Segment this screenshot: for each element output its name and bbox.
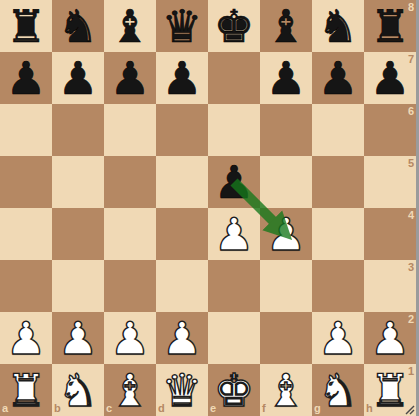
square-h5[interactable]: 5 <box>364 156 416 208</box>
piece-white-pawn[interactable]: ♟ <box>156 312 208 364</box>
square-b6[interactable] <box>52 104 104 156</box>
square-e1[interactable]: ♚e <box>208 364 260 416</box>
file-label-e: e <box>210 403 216 414</box>
piece-white-pawn[interactable]: ♟ <box>52 312 104 364</box>
square-f3[interactable] <box>260 260 312 312</box>
square-b4[interactable] <box>52 208 104 260</box>
square-a4[interactable] <box>0 208 52 260</box>
rank-label-4: 4 <box>408 210 414 221</box>
rank-label-3: 3 <box>408 262 414 273</box>
square-a2[interactable]: ♟ <box>0 312 52 364</box>
piece-black-pawn[interactable]: ♟ <box>312 52 364 104</box>
rank-label-2: 2 <box>408 314 414 325</box>
piece-black-knight[interactable]: ♞ <box>52 0 104 52</box>
square-g7[interactable]: ♟ <box>312 52 364 104</box>
piece-white-pawn[interactable]: ♟ <box>208 208 260 260</box>
square-d2[interactable]: ♟ <box>156 312 208 364</box>
piece-black-pawn[interactable]: ♟ <box>208 156 260 208</box>
file-label-d: d <box>158 403 165 414</box>
rank-label-8: 8 <box>408 2 414 13</box>
square-c3[interactable] <box>104 260 156 312</box>
square-e6[interactable] <box>208 104 260 156</box>
chess-board[interactable]: ♜♞♝♛♚♝♞♜8♟♟♟♟♟♟♟76♟5♟♟43♟♟♟♟♟♟2♜a♞b♝c♛d♚… <box>0 0 416 416</box>
piece-black-pawn[interactable]: ♟ <box>156 52 208 104</box>
square-g8[interactable]: ♞ <box>312 0 364 52</box>
square-c6[interactable] <box>104 104 156 156</box>
square-f2[interactable] <box>260 312 312 364</box>
square-g6[interactable] <box>312 104 364 156</box>
square-c2[interactable]: ♟ <box>104 312 156 364</box>
square-b3[interactable] <box>52 260 104 312</box>
square-b2[interactable]: ♟ <box>52 312 104 364</box>
square-a8[interactable]: ♜ <box>0 0 52 52</box>
square-d8[interactable]: ♛ <box>156 0 208 52</box>
square-h3[interactable]: 3 <box>364 260 416 312</box>
square-f6[interactable] <box>260 104 312 156</box>
rank-label-6: 6 <box>408 106 414 117</box>
square-h7[interactable]: ♟7 <box>364 52 416 104</box>
square-b1[interactable]: ♞b <box>52 364 104 416</box>
square-e8[interactable]: ♚ <box>208 0 260 52</box>
square-c8[interactable]: ♝ <box>104 0 156 52</box>
file-label-a: a <box>2 403 8 414</box>
file-label-g: g <box>314 403 321 414</box>
square-d6[interactable] <box>156 104 208 156</box>
piece-black-pawn[interactable]: ♟ <box>0 52 52 104</box>
rank-label-1: 1 <box>408 366 414 377</box>
square-b5[interactable] <box>52 156 104 208</box>
square-b7[interactable]: ♟ <box>52 52 104 104</box>
piece-black-king[interactable]: ♚ <box>208 0 260 52</box>
square-f8[interactable]: ♝ <box>260 0 312 52</box>
square-c7[interactable]: ♟ <box>104 52 156 104</box>
square-d3[interactable] <box>156 260 208 312</box>
square-c5[interactable] <box>104 156 156 208</box>
square-a6[interactable] <box>0 104 52 156</box>
file-label-f: f <box>262 403 266 414</box>
square-a7[interactable]: ♟ <box>0 52 52 104</box>
square-g3[interactable] <box>312 260 364 312</box>
rank-label-7: 7 <box>408 54 414 65</box>
square-e5[interactable]: ♟ <box>208 156 260 208</box>
square-f7[interactable]: ♟ <box>260 52 312 104</box>
piece-black-pawn[interactable]: ♟ <box>260 52 312 104</box>
square-a5[interactable] <box>0 156 52 208</box>
square-e3[interactable] <box>208 260 260 312</box>
square-b8[interactable]: ♞ <box>52 0 104 52</box>
piece-black-bishop[interactable]: ♝ <box>260 0 312 52</box>
square-h4[interactable]: 4 <box>364 208 416 260</box>
piece-black-pawn[interactable]: ♟ <box>52 52 104 104</box>
piece-white-pawn[interactable]: ♟ <box>0 312 52 364</box>
square-c4[interactable] <box>104 208 156 260</box>
square-g5[interactable] <box>312 156 364 208</box>
square-d7[interactable]: ♟ <box>156 52 208 104</box>
square-d4[interactable] <box>156 208 208 260</box>
square-f5[interactable] <box>260 156 312 208</box>
file-label-c: c <box>106 403 112 414</box>
square-d5[interactable] <box>156 156 208 208</box>
piece-black-knight[interactable]: ♞ <box>312 0 364 52</box>
board-grid: ♜♞♝♛♚♝♞♜8♟♟♟♟♟♟♟76♟5♟♟43♟♟♟♟♟♟2♜a♞b♝c♛d♚… <box>0 0 416 416</box>
piece-white-pawn[interactable]: ♟ <box>260 208 312 260</box>
square-h2[interactable]: ♟2 <box>364 312 416 364</box>
square-d1[interactable]: ♛d <box>156 364 208 416</box>
page: ♜♞♝♛♚♝♞♜8♟♟♟♟♟♟♟76♟5♟♟43♟♟♟♟♟♟2♜a♞b♝c♛d♚… <box>0 0 419 416</box>
board-resize-handle-icon[interactable] <box>403 403 415 415</box>
rank-label-5: 5 <box>408 158 414 169</box>
square-g2[interactable]: ♟ <box>312 312 364 364</box>
square-a3[interactable] <box>0 260 52 312</box>
square-h6[interactable]: 6 <box>364 104 416 156</box>
piece-black-bishop[interactable]: ♝ <box>104 0 156 52</box>
square-f1[interactable]: ♝f <box>260 364 312 416</box>
square-g1[interactable]: ♞g <box>312 364 364 416</box>
square-e2[interactable] <box>208 312 260 364</box>
square-a1[interactable]: ♜a <box>0 364 52 416</box>
piece-black-pawn[interactable]: ♟ <box>104 52 156 104</box>
piece-black-rook[interactable]: ♜ <box>0 0 52 52</box>
square-e4[interactable]: ♟ <box>208 208 260 260</box>
square-f4[interactable]: ♟ <box>260 208 312 260</box>
piece-black-queen[interactable]: ♛ <box>156 0 208 52</box>
file-label-b: b <box>54 403 61 414</box>
piece-white-pawn[interactable]: ♟ <box>104 312 156 364</box>
square-h8[interactable]: ♜8 <box>364 0 416 52</box>
square-c1[interactable]: ♝c <box>104 364 156 416</box>
square-e7[interactable] <box>208 52 260 104</box>
piece-white-bishop[interactable]: ♝ <box>260 364 312 416</box>
piece-white-pawn[interactable]: ♟ <box>312 312 364 364</box>
square-g4[interactable] <box>312 208 364 260</box>
file-label-h: h <box>366 403 373 414</box>
